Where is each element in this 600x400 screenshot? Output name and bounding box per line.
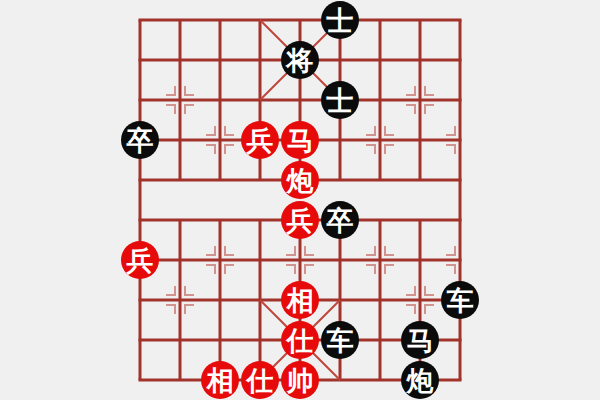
piece-black-horse[interactable]: 马	[401, 321, 439, 359]
piece-black-soldier[interactable]: 卒	[121, 121, 159, 159]
piece-red-soldier[interactable]: 兵	[241, 121, 279, 159]
xiangqi-board-screen: 士将士卒兵马炮兵卒兵相车仕车马相仕帅炮	[0, 0, 600, 400]
piece-black-advisor[interactable]: 士	[321, 81, 359, 119]
piece-black-chariot[interactable]: 车	[441, 281, 479, 319]
piece-grid: 士将士卒兵马炮兵卒兵相车仕车马相仕帅炮	[120, 0, 480, 400]
piece-black-general[interactable]: 将	[281, 41, 319, 79]
piece-black-soldier[interactable]: 卒	[321, 201, 359, 239]
piece-black-advisor[interactable]: 士	[321, 1, 359, 39]
piece-red-advisor[interactable]: 仕	[241, 361, 279, 399]
piece-red-elephant[interactable]: 相	[201, 361, 239, 399]
piece-red-elephant[interactable]: 相	[281, 281, 319, 319]
piece-red-horse[interactable]: 马	[281, 121, 319, 159]
piece-black-cannon[interactable]: 炮	[401, 361, 439, 399]
piece-red-soldier[interactable]: 兵	[121, 241, 159, 279]
piece-red-general[interactable]: 帅	[281, 361, 319, 399]
piece-red-advisor[interactable]: 仕	[281, 321, 319, 359]
piece-black-chariot[interactable]: 车	[321, 321, 359, 359]
piece-red-cannon[interactable]: 炮	[281, 161, 319, 199]
piece-red-soldier[interactable]: 兵	[281, 201, 319, 239]
